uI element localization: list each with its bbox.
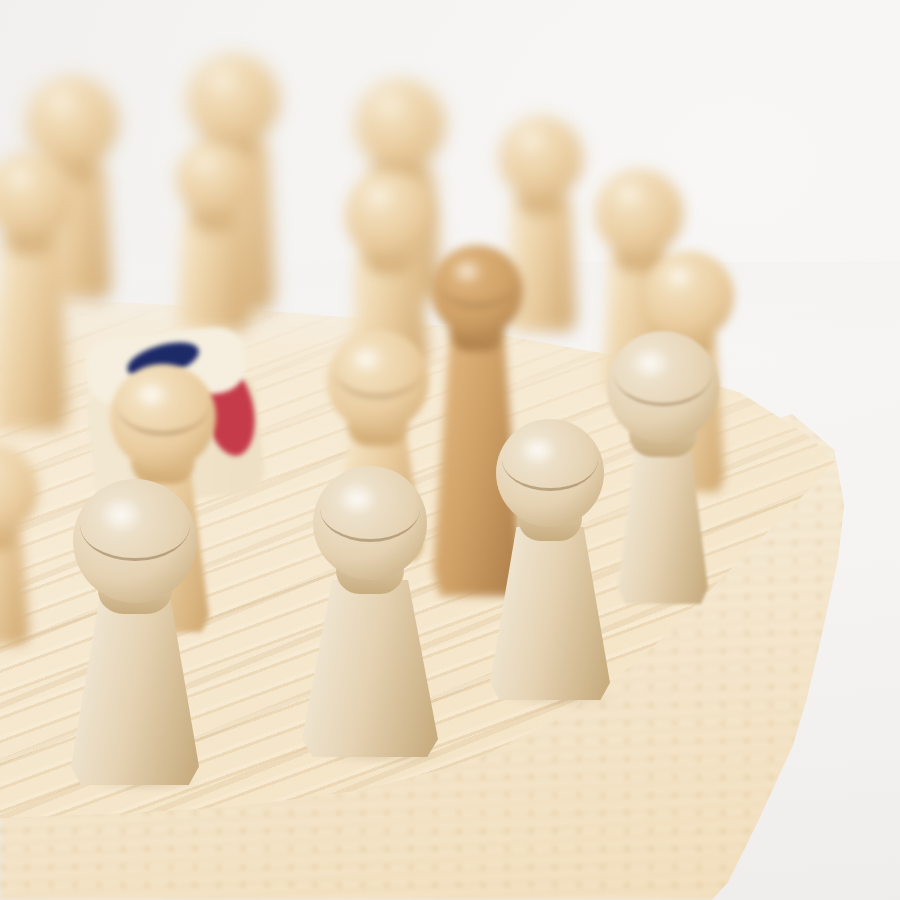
peg-crease-line: [502, 428, 597, 491]
peg-head: [176, 141, 252, 217]
peg-body: [178, 217, 250, 330]
peg-head: [110, 364, 216, 470]
peg-head: [496, 419, 604, 527]
peg-highlight: [0, 161, 40, 194]
peg-body: [302, 580, 438, 757]
peg-piece-r4c3[interactable]: [486, 415, 614, 706]
peg-piece-r3c5[interactable]: [603, 327, 723, 610]
peg-head: [0, 152, 74, 240]
peg-body: [71, 600, 199, 785]
peg-piece-r2c1[interactable]: [0, 148, 78, 436]
peg-crease-line: [80, 489, 189, 561]
memory-chess-photo: [0, 0, 900, 900]
peg-head: [607, 331, 719, 443]
peg-body: [0, 240, 67, 430]
peg-crease-line: [614, 340, 713, 406]
peg-body: [618, 443, 708, 604]
peg-head: [499, 116, 583, 200]
peg-highlight: [658, 260, 699, 294]
peg-crease-line: [333, 338, 423, 398]
peg-body: [0, 536, 29, 645]
peg-highlight: [188, 149, 223, 178]
peg-body: [490, 527, 610, 700]
peg-highlight: [359, 180, 399, 213]
peg-head: [73, 479, 197, 603]
peg-highlight: [369, 88, 410, 122]
peg-piece-r4c2[interactable]: [298, 462, 442, 763]
peg-crease-line: [437, 252, 518, 307]
peg-head: [345, 171, 433, 259]
peg-piece-r2c2[interactable]: [172, 137, 256, 336]
peg-highlight: [202, 63, 244, 98]
peg-highlight: [0, 453, 3, 488]
peg-head: [355, 79, 445, 169]
peg-head: [595, 169, 683, 257]
peg-highlight: [609, 178, 649, 211]
peg-highlight: [41, 85, 83, 120]
peg-head: [313, 466, 427, 580]
peg-highlight: [512, 124, 551, 156]
peg-head: [0, 444, 38, 536]
peg-crease-line: [116, 372, 209, 434]
peg-piece-r4c1[interactable]: [67, 475, 203, 791]
peg-crease-line: [320, 475, 420, 542]
peg-piece-edge-left[interactable]: [0, 440, 42, 651]
peg-head: [327, 330, 429, 432]
peg-head: [187, 54, 279, 146]
peg-head: [431, 245, 523, 337]
